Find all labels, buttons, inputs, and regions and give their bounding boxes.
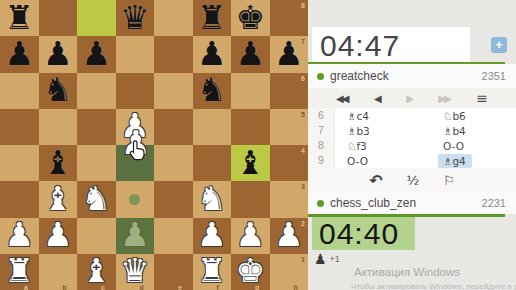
move-navigation: ◀◀◀▶▶▶≡	[308, 88, 516, 108]
file-label-d: d	[140, 284, 144, 290]
black-move-7[interactable]: ♗b4	[433, 125, 516, 137]
piece-white-pawn[interactable]: ♟	[120, 218, 150, 251]
square-e6[interactable]	[154, 73, 193, 109]
square-e4[interactable]	[154, 145, 193, 181]
top-player-clock: 04:47	[312, 27, 470, 63]
move-list: 6♗c4♘b67♗b3♗b48♘f3O-O9O-O♗g4	[308, 108, 516, 168]
bottom-player-rating: 2231	[482, 197, 506, 209]
top-player-rating: 2351	[482, 70, 506, 82]
square-b8[interactable]	[39, 0, 78, 36]
player-row-bottom: chess_club_zen 2231	[308, 192, 516, 214]
material-advantage: ♟ +1	[314, 252, 340, 266]
top-player-name[interactable]: greatcheck	[330, 69, 482, 83]
move-row-7: 7♗b3♗b4	[308, 123, 516, 138]
square-a6[interactable]	[0, 73, 39, 109]
move-number: 6	[308, 108, 335, 123]
piece-black-rook[interactable]: ♜	[197, 1, 227, 34]
piece-white-pawn[interactable]: ♟	[43, 218, 73, 251]
give-time-button[interactable]: +	[491, 37, 507, 53]
square-b2[interactable]: ♟	[39, 218, 78, 254]
black-move-9[interactable]: ♗g4	[433, 155, 516, 167]
square-a4[interactable]	[0, 145, 39, 181]
piece-black-pawn[interactable]: ♟	[43, 37, 73, 70]
nav-menu-button[interactable]: ≡	[476, 90, 488, 106]
square-g8[interactable]: ♚	[231, 0, 270, 36]
piece-white-rook[interactable]: ♜	[4, 254, 34, 287]
rank-label-8: 8	[301, 2, 305, 9]
piece-white-bishop[interactable]: ♝	[43, 182, 73, 215]
piece-black-pawn[interactable]: ♟	[81, 37, 111, 70]
white-move-8[interactable]: ♘f3	[335, 140, 433, 152]
file-label-c: c	[101, 284, 105, 290]
chess-game-screen: ♜♛♜♚♟♟♟♟♟♟♞♞♟♝♝♝♞♞♟♟♟♟♟♟♜♝♛♜♚87654321abc…	[0, 0, 516, 290]
captured-pawn-icon: ♟	[314, 252, 327, 266]
rank-label-1: 1	[301, 256, 305, 263]
square-d6[interactable]	[116, 73, 155, 109]
resign-flag-icon[interactable]: ⚐	[443, 173, 455, 188]
square-f3[interactable]: ♞	[193, 181, 232, 217]
piece-black-pawn[interactable]: ♟	[197, 37, 227, 70]
square-g5[interactable]	[231, 109, 270, 145]
square-e3[interactable]	[154, 181, 193, 217]
rank-label-2: 2	[301, 220, 305, 227]
square-c5[interactable]	[77, 109, 116, 145]
square-a2[interactable]: ♟	[0, 218, 39, 254]
rank-label-7: 7	[301, 38, 305, 45]
square-f7[interactable]: ♟	[193, 36, 232, 72]
game-actions: ↶ ½ ⚐	[308, 168, 516, 192]
material-advantage-value: +1	[330, 254, 340, 264]
file-label-e: e	[178, 284, 182, 290]
rank-label-5: 5	[301, 111, 305, 118]
white-move-6[interactable]: ♗c4	[335, 110, 433, 122]
hand-cursor-icon	[127, 139, 149, 163]
takeback-icon[interactable]: ↶	[369, 171, 382, 190]
square-f2[interactable]: ♟	[193, 218, 232, 254]
file-label-f: f	[217, 284, 219, 290]
piece-white-pawn[interactable]: ♟	[197, 218, 227, 251]
draw-offer-icon[interactable]: ½	[407, 173, 420, 188]
black-move-6[interactable]: ♘b6	[433, 110, 516, 122]
square-f6[interactable]: ♞	[193, 73, 232, 109]
white-move-9[interactable]: O-O	[335, 155, 433, 167]
square-f1[interactable]: ♜	[193, 254, 232, 290]
piece-white-bishop[interactable]: ♝	[81, 254, 111, 287]
piece-black-king[interactable]: ♚	[235, 1, 265, 34]
piece-black-pawn[interactable]: ♟	[274, 37, 304, 70]
square-g3[interactable]	[231, 181, 270, 217]
square-a1[interactable]: ♜	[0, 254, 39, 290]
online-dot	[317, 200, 324, 207]
square-g7[interactable]: ♟	[231, 36, 270, 72]
bottom-player-clock-active: 04:40	[312, 217, 415, 250]
square-b1[interactable]	[39, 254, 78, 290]
square-d2[interactable]: ♟	[116, 218, 155, 254]
move-row-9: 9O-O♗g4	[308, 153, 516, 168]
file-label-a: a	[24, 284, 28, 290]
square-f5[interactable]	[193, 109, 232, 145]
square-c1[interactable]: ♝	[77, 254, 116, 290]
piece-white-queen[interactable]: ♛	[120, 254, 150, 287]
nav-prev-button[interactable]: ◀	[374, 93, 380, 104]
piece-black-bishop[interactable]: ♝	[43, 146, 73, 179]
square-b3[interactable]: ♝	[39, 181, 78, 217]
square-d1[interactable]: ♛	[116, 254, 155, 290]
square-a8[interactable]: ♜	[0, 0, 39, 36]
move-number: 7	[308, 123, 335, 138]
square-c6[interactable]	[77, 73, 116, 109]
square-g4[interactable]: ♝	[231, 145, 270, 181]
square-c2[interactable]	[77, 218, 116, 254]
rank-label-4: 4	[301, 147, 305, 154]
square-g6[interactable]	[231, 73, 270, 109]
square-c8[interactable]	[77, 0, 116, 36]
square-e1[interactable]	[154, 254, 193, 290]
square-d7[interactable]	[116, 36, 155, 72]
game-panel: 04:47 + greatcheck 2351 ◀◀◀▶▶▶≡ 6♗c4♘b67…	[308, 0, 516, 290]
move-row-6: 6♗c4♘b6	[308, 108, 516, 123]
current-move[interactable]: ♗g4	[438, 154, 472, 168]
piece-black-queen[interactable]: ♛	[120, 1, 150, 34]
file-label-g: g	[255, 284, 259, 290]
file-label-b: b	[63, 284, 67, 290]
chess-board[interactable]: ♜♛♜♚♟♟♟♟♟♟♞♞♟♝♝♝♞♞♟♟♟♟♟♟♜♝♛♜♚87654321abc…	[0, 0, 308, 290]
piece-black-bishop[interactable]: ♝	[235, 146, 265, 179]
piece-black-rook[interactable]: ♜	[4, 1, 34, 34]
piece-white-pawn[interactable]: ♟	[235, 218, 265, 251]
square-a5[interactable]	[0, 109, 39, 145]
windows-activation-watermark: Активация Windows	[354, 266, 460, 278]
square-e7[interactable]	[154, 36, 193, 72]
square-b7[interactable]: ♟	[39, 36, 78, 72]
move-row-8: 8♘f3O-O	[308, 138, 516, 153]
square-a7[interactable]: ♟	[0, 36, 39, 72]
online-dot	[317, 73, 324, 80]
piece-white-rook[interactable]: ♜	[197, 254, 227, 287]
square-d3[interactable]	[116, 181, 155, 217]
piece-white-king[interactable]: ♚	[235, 254, 265, 287]
windows-activation-watermark-line2: Чтобы активировать Windows, перейдите в …	[351, 282, 516, 290]
square-e5[interactable]	[154, 109, 193, 145]
square-e8[interactable]	[154, 0, 193, 36]
square-c3[interactable]: ♞	[77, 181, 116, 217]
move-number: 8	[308, 138, 335, 153]
move-number: 9	[308, 153, 335, 168]
square-f8[interactable]: ♜	[193, 0, 232, 36]
player-row-top: greatcheck 2351	[308, 64, 516, 88]
square-b6[interactable]: ♞	[39, 73, 78, 109]
rank-label-6: 6	[301, 75, 305, 82]
nav-next-button[interactable]: ▶	[406, 93, 412, 104]
black-move-8[interactable]: O-O	[433, 140, 516, 152]
piece-white-knight[interactable]: ♞	[197, 182, 227, 215]
square-e2[interactable]	[154, 218, 193, 254]
square-b4[interactable]: ♝	[39, 145, 78, 181]
nav-first-button[interactable]: ◀◀	[336, 93, 347, 104]
piece-black-pawn[interactable]: ♟	[235, 37, 265, 70]
rank-label-3: 3	[301, 183, 305, 190]
piece-black-knight[interactable]: ♞	[43, 73, 73, 106]
nav-last-button[interactable]: ▶▶	[438, 93, 449, 104]
piece-black-knight[interactable]: ♞	[197, 73, 227, 106]
square-c4[interactable]	[77, 145, 116, 181]
square-f4[interactable]	[193, 145, 232, 181]
square-a3[interactable]	[0, 181, 39, 217]
piece-white-knight[interactable]: ♞	[81, 182, 111, 215]
square-d8[interactable]: ♛	[116, 0, 155, 36]
square-g1[interactable]: ♚	[231, 254, 270, 290]
piece-white-pawn[interactable]: ♟	[4, 218, 34, 251]
white-move-7[interactable]: ♗b3	[335, 125, 433, 137]
piece-white-pawn[interactable]: ♟	[274, 218, 304, 251]
piece-black-pawn[interactable]: ♟	[4, 37, 34, 70]
file-label-h: h	[294, 284, 298, 290]
square-b5[interactable]	[39, 109, 78, 145]
square-c7[interactable]: ♟	[77, 36, 116, 72]
square-g2[interactable]: ♟	[231, 218, 270, 254]
bottom-player-name[interactable]: chess_club_zen	[330, 196, 482, 210]
